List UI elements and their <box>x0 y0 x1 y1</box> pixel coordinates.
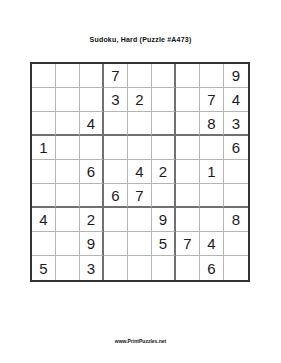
puzzle-title: Sudoku, Hard (Puzzle #A473) <box>0 36 281 43</box>
sudoku-cell-r3c6 <box>152 112 176 136</box>
sudoku-cell-r8c2 <box>56 232 80 256</box>
sudoku-cell-r6c2 <box>56 184 80 208</box>
sudoku-cell-r9c3: 3 <box>80 256 104 280</box>
sudoku-cell-r9c1: 5 <box>32 256 56 280</box>
sudoku-cell-r3c4 <box>104 112 128 136</box>
sudoku-cell-r6c6 <box>152 184 176 208</box>
sudoku-cell-r4c6 <box>152 136 176 160</box>
sudoku-cell-r9c8: 6 <box>200 256 224 280</box>
sudoku-cell-r1c9: 9 <box>224 64 248 88</box>
sudoku-cell-r7c6: 9 <box>152 208 176 232</box>
sudoku-board: 7932744831664216742989574536 <box>30 62 250 282</box>
sudoku-cell-r1c7 <box>176 64 200 88</box>
sudoku-cell-r3c3: 4 <box>80 112 104 136</box>
sudoku-cell-r5c4 <box>104 160 128 184</box>
sudoku-cell-r2c4: 3 <box>104 88 128 112</box>
sudoku-cell-r5c9 <box>224 160 248 184</box>
sudoku-cell-r7c5 <box>128 208 152 232</box>
sudoku-cell-r8c3: 9 <box>80 232 104 256</box>
sudoku-cell-r2c5: 2 <box>128 88 152 112</box>
sudoku-cell-r1c8 <box>200 64 224 88</box>
sudoku-cell-r8c8: 4 <box>200 232 224 256</box>
sudoku-cell-r6c7 <box>176 184 200 208</box>
sudoku-cell-r5c2 <box>56 160 80 184</box>
sudoku-cell-r4c2 <box>56 136 80 160</box>
sudoku-cell-r7c3: 2 <box>80 208 104 232</box>
sudoku-cell-r7c1: 4 <box>32 208 56 232</box>
sudoku-cell-r5c1 <box>32 160 56 184</box>
sudoku-cell-r6c3 <box>80 184 104 208</box>
sudoku-cell-r2c9: 4 <box>224 88 248 112</box>
sudoku-cell-r5c5: 4 <box>128 160 152 184</box>
sudoku-cell-r1c6 <box>152 64 176 88</box>
sudoku-cell-r2c3 <box>80 88 104 112</box>
sudoku-cell-r6c9 <box>224 184 248 208</box>
source-url: www.PrintPuzzles.net <box>0 338 281 344</box>
sudoku-cell-r9c9 <box>224 256 248 280</box>
sudoku-cell-r2c7 <box>176 88 200 112</box>
sudoku-cell-r7c9: 8 <box>224 208 248 232</box>
sudoku-cell-r7c4 <box>104 208 128 232</box>
sudoku-cell-r6c1 <box>32 184 56 208</box>
sudoku-cell-r7c7 <box>176 208 200 232</box>
sudoku-cell-r8c6: 5 <box>152 232 176 256</box>
sudoku-cell-r1c1 <box>32 64 56 88</box>
sudoku-cell-r9c4 <box>104 256 128 280</box>
sudoku-cell-r4c3 <box>80 136 104 160</box>
sudoku-cell-r1c3 <box>80 64 104 88</box>
sudoku-cell-r8c5 <box>128 232 152 256</box>
sudoku-cell-r8c4 <box>104 232 128 256</box>
sudoku-cell-r9c2 <box>56 256 80 280</box>
sudoku-cell-r1c5 <box>128 64 152 88</box>
sudoku-cell-r2c8: 7 <box>200 88 224 112</box>
sudoku-cell-r4c8 <box>200 136 224 160</box>
sudoku-cell-r6c8 <box>200 184 224 208</box>
sudoku-cell-r5c6: 2 <box>152 160 176 184</box>
sudoku-cell-r3c1 <box>32 112 56 136</box>
sudoku-cell-r6c5: 7 <box>128 184 152 208</box>
sudoku-cell-r5c8: 1 <box>200 160 224 184</box>
sudoku-cell-r3c5 <box>128 112 152 136</box>
sudoku-cell-r7c2 <box>56 208 80 232</box>
sudoku-cell-r4c9: 6 <box>224 136 248 160</box>
sudoku-cell-r5c3: 6 <box>80 160 104 184</box>
sudoku-cell-r6c4: 6 <box>104 184 128 208</box>
puzzle-page: Sudoku, Hard (Puzzle #A473) 793274483166… <box>0 0 281 363</box>
sudoku-cell-r4c1: 1 <box>32 136 56 160</box>
sudoku-cell-r9c7 <box>176 256 200 280</box>
sudoku-cell-r3c7 <box>176 112 200 136</box>
sudoku-cell-r3c8: 8 <box>200 112 224 136</box>
sudoku-cell-r1c2 <box>56 64 80 88</box>
sudoku-cell-r7c8 <box>200 208 224 232</box>
sudoku-cell-r3c9: 3 <box>224 112 248 136</box>
sudoku-cell-r2c2 <box>56 88 80 112</box>
sudoku-cell-r3c2 <box>56 112 80 136</box>
sudoku-cell-r8c9 <box>224 232 248 256</box>
sudoku-cell-r8c7: 7 <box>176 232 200 256</box>
sudoku-cell-r4c7 <box>176 136 200 160</box>
sudoku-cell-r4c5 <box>128 136 152 160</box>
sudoku-cell-r8c1 <box>32 232 56 256</box>
sudoku-cell-r5c7 <box>176 160 200 184</box>
sudoku-cell-r9c6 <box>152 256 176 280</box>
sudoku-cell-r4c4 <box>104 136 128 160</box>
sudoku-cell-r2c1 <box>32 88 56 112</box>
sudoku-cell-r1c4: 7 <box>104 64 128 88</box>
sudoku-cell-r9c5 <box>128 256 152 280</box>
sudoku-cell-r2c6 <box>152 88 176 112</box>
